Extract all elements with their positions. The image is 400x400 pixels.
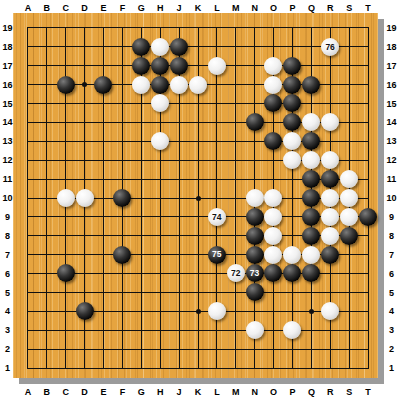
intersection-P8[interactable]	[283, 226, 302, 245]
intersection-Q19[interactable]	[302, 18, 321, 37]
intersection-J6[interactable]	[170, 264, 189, 283]
intersection-H8[interactable]	[151, 226, 170, 245]
intersection-M8[interactable]	[226, 226, 245, 245]
intersection-Q4[interactable]	[302, 302, 321, 321]
intersection-N13[interactable]	[245, 132, 264, 151]
intersection-E17[interactable]	[94, 56, 113, 75]
intersection-R9[interactable]	[321, 207, 340, 226]
intersection-B19[interactable]	[37, 18, 56, 37]
intersection-E19[interactable]	[94, 18, 113, 37]
intersection-N16[interactable]	[245, 75, 264, 94]
intersection-C6[interactable]	[56, 264, 75, 283]
intersection-D11[interactable]	[75, 170, 94, 189]
intersection-O11[interactable]	[264, 170, 283, 189]
intersection-M14[interactable]	[226, 113, 245, 132]
intersection-S1[interactable]	[340, 358, 359, 377]
intersection-C8[interactable]	[56, 226, 75, 245]
intersection-G6[interactable]	[132, 264, 151, 283]
intersection-A15[interactable]	[18, 94, 37, 113]
intersection-E15[interactable]	[94, 94, 113, 113]
intersection-F12[interactable]	[113, 151, 132, 170]
intersection-L3[interactable]	[207, 321, 226, 340]
intersection-P18[interactable]	[283, 37, 302, 56]
intersection-R11[interactable]	[321, 170, 340, 189]
intersection-G12[interactable]	[132, 151, 151, 170]
intersection-R2[interactable]	[321, 340, 340, 359]
intersection-D9[interactable]	[75, 207, 94, 226]
intersection-H13[interactable]	[151, 132, 170, 151]
intersection-Q15[interactable]	[302, 94, 321, 113]
intersection-N3[interactable]	[245, 321, 264, 340]
intersection-M17[interactable]	[226, 56, 245, 75]
intersection-T11[interactable]	[358, 170, 377, 189]
intersection-J7[interactable]	[170, 245, 189, 264]
intersection-E1[interactable]	[94, 358, 113, 377]
intersection-K9[interactable]	[188, 207, 207, 226]
intersection-E4[interactable]	[94, 302, 113, 321]
intersection-B1[interactable]	[37, 358, 56, 377]
intersection-M3[interactable]	[226, 321, 245, 340]
intersection-J11[interactable]	[170, 170, 189, 189]
intersection-T9[interactable]	[358, 207, 377, 226]
intersection-O3[interactable]	[264, 321, 283, 340]
intersection-D12[interactable]	[75, 151, 94, 170]
intersection-Q18[interactable]	[302, 37, 321, 56]
intersection-B10[interactable]	[37, 188, 56, 207]
intersection-E13[interactable]	[94, 132, 113, 151]
intersection-Q7[interactable]	[302, 245, 321, 264]
intersection-P2[interactable]	[283, 340, 302, 359]
intersection-B12[interactable]	[37, 151, 56, 170]
intersection-O4[interactable]	[264, 302, 283, 321]
intersection-C18[interactable]	[56, 37, 75, 56]
intersection-F4[interactable]	[113, 302, 132, 321]
intersection-C17[interactable]	[56, 56, 75, 75]
intersection-S9[interactable]	[340, 207, 359, 226]
intersection-R8[interactable]	[321, 226, 340, 245]
intersection-L4[interactable]	[207, 302, 226, 321]
intersection-M18[interactable]	[226, 37, 245, 56]
intersection-O5[interactable]	[264, 283, 283, 302]
intersection-L12[interactable]	[207, 151, 226, 170]
intersection-P14[interactable]	[283, 113, 302, 132]
intersection-O14[interactable]	[264, 113, 283, 132]
intersection-O18[interactable]	[264, 37, 283, 56]
intersection-M4[interactable]	[226, 302, 245, 321]
intersection-K1[interactable]	[188, 358, 207, 377]
intersection-J16[interactable]	[170, 75, 189, 94]
intersection-J8[interactable]	[170, 226, 189, 245]
intersection-B7[interactable]	[37, 245, 56, 264]
intersection-E18[interactable]	[94, 37, 113, 56]
intersection-A19[interactable]	[18, 18, 37, 37]
intersection-F8[interactable]	[113, 226, 132, 245]
intersection-N8[interactable]	[245, 226, 264, 245]
intersection-B5[interactable]	[37, 283, 56, 302]
intersection-S16[interactable]	[340, 75, 359, 94]
intersection-O10[interactable]	[264, 188, 283, 207]
intersection-E3[interactable]	[94, 321, 113, 340]
intersection-C1[interactable]	[56, 358, 75, 377]
intersection-C10[interactable]	[56, 188, 75, 207]
intersection-T3[interactable]	[358, 321, 377, 340]
intersection-C7[interactable]	[56, 245, 75, 264]
intersection-D16[interactable]	[75, 75, 94, 94]
intersection-H7[interactable]	[151, 245, 170, 264]
intersection-A16[interactable]	[18, 75, 37, 94]
intersection-A2[interactable]	[18, 340, 37, 359]
intersection-F1[interactable]	[113, 358, 132, 377]
intersection-G8[interactable]	[132, 226, 151, 245]
intersection-S10[interactable]	[340, 188, 359, 207]
intersection-N6[interactable]: 73	[245, 264, 264, 283]
intersection-E16[interactable]	[94, 75, 113, 94]
intersection-K3[interactable]	[188, 321, 207, 340]
intersection-A14[interactable]	[18, 113, 37, 132]
intersection-L1[interactable]	[207, 358, 226, 377]
intersection-G5[interactable]	[132, 283, 151, 302]
intersection-R16[interactable]	[321, 75, 340, 94]
intersection-E2[interactable]	[94, 340, 113, 359]
intersection-G2[interactable]	[132, 340, 151, 359]
intersection-M19[interactable]	[226, 18, 245, 37]
intersection-M5[interactable]	[226, 283, 245, 302]
intersection-R19[interactable]	[321, 18, 340, 37]
intersection-L8[interactable]	[207, 226, 226, 245]
intersection-S19[interactable]	[340, 18, 359, 37]
intersection-T18[interactable]	[358, 37, 377, 56]
intersection-L16[interactable]	[207, 75, 226, 94]
intersection-Q17[interactable]	[302, 56, 321, 75]
intersection-Q5[interactable]	[302, 283, 321, 302]
intersection-F3[interactable]	[113, 321, 132, 340]
intersection-S8[interactable]	[340, 226, 359, 245]
intersection-G3[interactable]	[132, 321, 151, 340]
intersection-J12[interactable]	[170, 151, 189, 170]
intersection-H3[interactable]	[151, 321, 170, 340]
intersection-T16[interactable]	[358, 75, 377, 94]
intersection-K7[interactable]	[188, 245, 207, 264]
intersection-M6[interactable]: 72	[226, 264, 245, 283]
intersection-K16[interactable]	[188, 75, 207, 94]
intersection-B2[interactable]	[37, 340, 56, 359]
intersection-T10[interactable]	[358, 188, 377, 207]
intersection-O12[interactable]	[264, 151, 283, 170]
intersection-Q2[interactable]	[302, 340, 321, 359]
intersection-D7[interactable]	[75, 245, 94, 264]
intersection-R13[interactable]	[321, 132, 340, 151]
intersection-B11[interactable]	[37, 170, 56, 189]
intersection-C11[interactable]	[56, 170, 75, 189]
intersection-R10[interactable]	[321, 188, 340, 207]
intersection-E6[interactable]	[94, 264, 113, 283]
intersection-D2[interactable]	[75, 340, 94, 359]
intersection-D13[interactable]	[75, 132, 94, 151]
intersection-B15[interactable]	[37, 94, 56, 113]
intersection-F10[interactable]	[113, 188, 132, 207]
intersection-S14[interactable]	[340, 113, 359, 132]
intersection-A3[interactable]	[18, 321, 37, 340]
intersection-R17[interactable]	[321, 56, 340, 75]
intersection-T7[interactable]	[358, 245, 377, 264]
intersection-G10[interactable]	[132, 188, 151, 207]
intersection-C12[interactable]	[56, 151, 75, 170]
intersection-M9[interactable]	[226, 207, 245, 226]
intersection-P4[interactable]	[283, 302, 302, 321]
intersection-M2[interactable]	[226, 340, 245, 359]
intersection-Q11[interactable]	[302, 170, 321, 189]
intersection-F11[interactable]	[113, 170, 132, 189]
intersection-F6[interactable]	[113, 264, 132, 283]
intersection-G19[interactable]	[132, 18, 151, 37]
intersection-R5[interactable]	[321, 283, 340, 302]
intersection-K19[interactable]	[188, 18, 207, 37]
intersection-H12[interactable]	[151, 151, 170, 170]
intersection-N17[interactable]	[245, 56, 264, 75]
intersection-G14[interactable]	[132, 113, 151, 132]
intersection-L7[interactable]: 75	[207, 245, 226, 264]
intersection-T5[interactable]	[358, 283, 377, 302]
intersection-K5[interactable]	[188, 283, 207, 302]
intersection-B8[interactable]	[37, 226, 56, 245]
intersection-F15[interactable]	[113, 94, 132, 113]
intersection-M10[interactable]	[226, 188, 245, 207]
intersection-S15[interactable]	[340, 94, 359, 113]
intersection-H19[interactable]	[151, 18, 170, 37]
intersection-S2[interactable]	[340, 340, 359, 359]
intersection-Q1[interactable]	[302, 358, 321, 377]
intersection-H4[interactable]	[151, 302, 170, 321]
intersection-B9[interactable]	[37, 207, 56, 226]
intersection-T15[interactable]	[358, 94, 377, 113]
intersection-S18[interactable]	[340, 37, 359, 56]
intersection-A5[interactable]	[18, 283, 37, 302]
intersection-T17[interactable]	[358, 56, 377, 75]
intersection-E8[interactable]	[94, 226, 113, 245]
intersection-J14[interactable]	[170, 113, 189, 132]
intersection-D1[interactable]	[75, 358, 94, 377]
intersection-M13[interactable]	[226, 132, 245, 151]
intersection-D19[interactable]	[75, 18, 94, 37]
intersection-N10[interactable]	[245, 188, 264, 207]
intersection-L17[interactable]	[207, 56, 226, 75]
intersection-T2[interactable]	[358, 340, 377, 359]
intersection-O16[interactable]	[264, 75, 283, 94]
intersection-D4[interactable]	[75, 302, 94, 321]
intersection-C4[interactable]	[56, 302, 75, 321]
intersection-A4[interactable]	[18, 302, 37, 321]
intersection-Q10[interactable]	[302, 188, 321, 207]
intersection-D17[interactable]	[75, 56, 94, 75]
intersection-M15[interactable]	[226, 94, 245, 113]
intersection-J4[interactable]	[170, 302, 189, 321]
intersection-D15[interactable]	[75, 94, 94, 113]
intersection-H9[interactable]	[151, 207, 170, 226]
intersection-N11[interactable]	[245, 170, 264, 189]
intersection-K2[interactable]	[188, 340, 207, 359]
intersection-L15[interactable]	[207, 94, 226, 113]
intersection-L13[interactable]	[207, 132, 226, 151]
intersection-O19[interactable]	[264, 18, 283, 37]
intersection-C19[interactable]	[56, 18, 75, 37]
intersection-M11[interactable]	[226, 170, 245, 189]
intersection-H5[interactable]	[151, 283, 170, 302]
intersection-N15[interactable]	[245, 94, 264, 113]
intersection-G17[interactable]	[132, 56, 151, 75]
intersection-P6[interactable]	[283, 264, 302, 283]
intersection-T13[interactable]	[358, 132, 377, 151]
intersection-L2[interactable]	[207, 340, 226, 359]
intersection-P16[interactable]	[283, 75, 302, 94]
intersection-T12[interactable]	[358, 151, 377, 170]
intersection-C16[interactable]	[56, 75, 75, 94]
intersection-K18[interactable]	[188, 37, 207, 56]
intersection-R14[interactable]	[321, 113, 340, 132]
intersection-A10[interactable]	[18, 188, 37, 207]
intersection-N19[interactable]	[245, 18, 264, 37]
intersection-T8[interactable]	[358, 226, 377, 245]
intersection-O2[interactable]	[264, 340, 283, 359]
intersection-F14[interactable]	[113, 113, 132, 132]
intersection-M16[interactable]	[226, 75, 245, 94]
intersection-Q3[interactable]	[302, 321, 321, 340]
intersection-H18[interactable]	[151, 37, 170, 56]
intersection-B17[interactable]	[37, 56, 56, 75]
intersection-D5[interactable]	[75, 283, 94, 302]
intersection-G13[interactable]	[132, 132, 151, 151]
intersection-F2[interactable]	[113, 340, 132, 359]
intersection-A7[interactable]	[18, 245, 37, 264]
intersection-A9[interactable]	[18, 207, 37, 226]
intersection-O13[interactable]	[264, 132, 283, 151]
intersection-E5[interactable]	[94, 283, 113, 302]
intersection-E10[interactable]	[94, 188, 113, 207]
intersection-J17[interactable]	[170, 56, 189, 75]
intersection-B6[interactable]	[37, 264, 56, 283]
intersection-C9[interactable]	[56, 207, 75, 226]
intersection-F17[interactable]	[113, 56, 132, 75]
intersection-A18[interactable]	[18, 37, 37, 56]
intersection-E12[interactable]	[94, 151, 113, 170]
intersection-S12[interactable]	[340, 151, 359, 170]
intersection-P11[interactable]	[283, 170, 302, 189]
intersection-J1[interactable]	[170, 358, 189, 377]
intersection-S17[interactable]	[340, 56, 359, 75]
intersection-Q16[interactable]	[302, 75, 321, 94]
intersection-J13[interactable]	[170, 132, 189, 151]
intersection-K11[interactable]	[188, 170, 207, 189]
intersection-N2[interactable]	[245, 340, 264, 359]
intersection-J15[interactable]	[170, 94, 189, 113]
intersection-L10[interactable]	[207, 188, 226, 207]
intersection-N14[interactable]	[245, 113, 264, 132]
intersection-O7[interactable]	[264, 245, 283, 264]
intersection-S13[interactable]	[340, 132, 359, 151]
intersection-A11[interactable]	[18, 170, 37, 189]
intersection-P19[interactable]	[283, 18, 302, 37]
intersection-J19[interactable]	[170, 18, 189, 37]
intersection-F18[interactable]	[113, 37, 132, 56]
intersection-K12[interactable]	[188, 151, 207, 170]
intersection-B14[interactable]	[37, 113, 56, 132]
intersection-G7[interactable]	[132, 245, 151, 264]
intersection-Q6[interactable]	[302, 264, 321, 283]
intersection-O17[interactable]	[264, 56, 283, 75]
intersection-Q14[interactable]	[302, 113, 321, 132]
intersection-B13[interactable]	[37, 132, 56, 151]
intersection-S7[interactable]	[340, 245, 359, 264]
intersection-K10[interactable]	[188, 188, 207, 207]
intersection-M1[interactable]	[226, 358, 245, 377]
intersection-D6[interactable]	[75, 264, 94, 283]
intersection-J2[interactable]	[170, 340, 189, 359]
intersection-S11[interactable]	[340, 170, 359, 189]
intersection-C5[interactable]	[56, 283, 75, 302]
intersection-H15[interactable]	[151, 94, 170, 113]
intersection-L5[interactable]	[207, 283, 226, 302]
intersection-R6[interactable]	[321, 264, 340, 283]
intersection-R18[interactable]: 76	[321, 37, 340, 56]
intersection-T19[interactable]	[358, 18, 377, 37]
intersection-F5[interactable]	[113, 283, 132, 302]
intersection-H16[interactable]	[151, 75, 170, 94]
intersection-Q9[interactable]	[302, 207, 321, 226]
intersection-F7[interactable]	[113, 245, 132, 264]
intersection-H1[interactable]	[151, 358, 170, 377]
intersection-M7[interactable]	[226, 245, 245, 264]
intersection-L14[interactable]	[207, 113, 226, 132]
intersection-P15[interactable]	[283, 94, 302, 113]
intersection-D3[interactable]	[75, 321, 94, 340]
intersection-K14[interactable]	[188, 113, 207, 132]
intersection-G1[interactable]	[132, 358, 151, 377]
intersection-E11[interactable]	[94, 170, 113, 189]
intersection-A17[interactable]	[18, 56, 37, 75]
intersection-R7[interactable]	[321, 245, 340, 264]
intersection-P3[interactable]	[283, 321, 302, 340]
intersection-J3[interactable]	[170, 321, 189, 340]
intersection-H17[interactable]	[151, 56, 170, 75]
intersection-H14[interactable]	[151, 113, 170, 132]
intersection-E14[interactable]	[94, 113, 113, 132]
intersection-B4[interactable]	[37, 302, 56, 321]
intersection-L11[interactable]	[207, 170, 226, 189]
intersection-P10[interactable]	[283, 188, 302, 207]
intersection-O1[interactable]	[264, 358, 283, 377]
intersection-A6[interactable]	[18, 264, 37, 283]
intersection-K6[interactable]	[188, 264, 207, 283]
intersection-K17[interactable]	[188, 56, 207, 75]
intersection-P12[interactable]	[283, 151, 302, 170]
intersection-F19[interactable]	[113, 18, 132, 37]
intersection-B16[interactable]	[37, 75, 56, 94]
intersection-L18[interactable]	[207, 37, 226, 56]
intersection-J10[interactable]	[170, 188, 189, 207]
intersection-R3[interactable]	[321, 321, 340, 340]
intersection-N9[interactable]	[245, 207, 264, 226]
intersection-J5[interactable]	[170, 283, 189, 302]
intersection-T1[interactable]	[358, 358, 377, 377]
intersection-O9[interactable]	[264, 207, 283, 226]
intersection-T4[interactable]	[358, 302, 377, 321]
intersection-N12[interactable]	[245, 151, 264, 170]
intersection-N1[interactable]	[245, 358, 264, 377]
intersection-Q12[interactable]	[302, 151, 321, 170]
intersection-L19[interactable]	[207, 18, 226, 37]
intersection-Q8[interactable]	[302, 226, 321, 245]
intersection-D14[interactable]	[75, 113, 94, 132]
intersection-D8[interactable]	[75, 226, 94, 245]
